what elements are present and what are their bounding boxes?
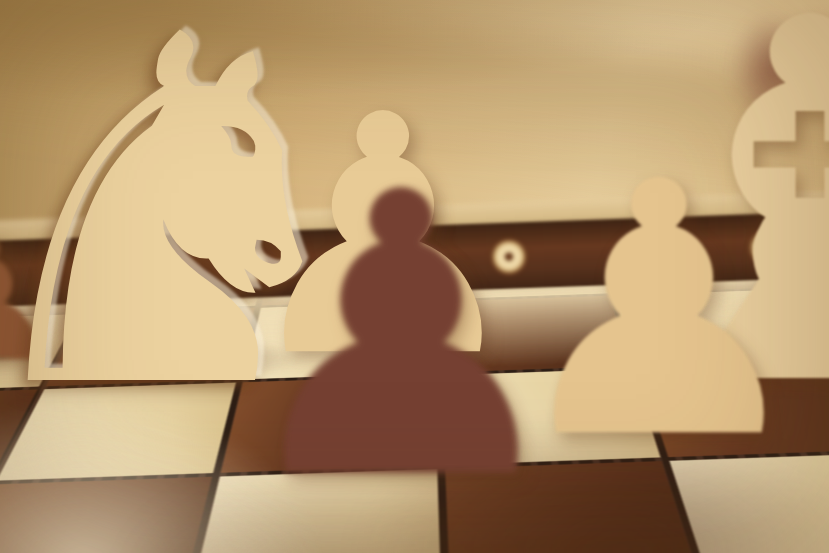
vignette-overlay: [0, 0, 829, 553]
chess-photo-scene: ♟♞♟♝♟♟: [0, 0, 829, 553]
